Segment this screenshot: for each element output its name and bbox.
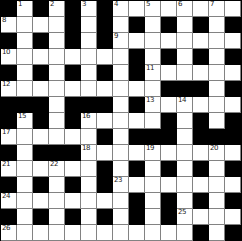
clue-number-11: 11 [146,65,154,72]
white-cell-r6c10[interactable] [145,81,161,97]
white-cell-r1c13[interactable] [193,1,209,17]
white-cell-r12c10[interactable] [145,177,161,193]
black-cell-r14c5 [65,209,81,225]
white-cell-r13c7[interactable] [97,193,113,209]
black-cell-r8c5 [65,113,81,129]
clue-number-6: 6 [178,1,182,8]
clue-number-2: 2 [50,1,54,8]
white-cell-r13c4[interactable] [49,193,65,209]
white-cell-r14c8[interactable] [113,209,129,225]
white-cell-r11c1[interactable]: 21 [1,161,17,177]
white-cell-r14c14[interactable] [209,209,225,225]
white-cell-r8c14[interactable] [209,113,225,129]
white-cell-r14c2[interactable] [17,209,33,225]
black-cell-r4c15 [225,49,241,65]
white-cell-r5c6[interactable] [81,65,97,81]
clue-number-21: 21 [2,161,10,168]
white-cell-r11c14[interactable] [209,161,225,177]
white-cell-r3c6[interactable] [81,33,97,49]
white-cell-r15c11[interactable] [161,225,177,241]
clue-number-17: 17 [2,129,10,136]
white-cell-r15c2[interactable] [17,225,33,241]
white-cell-r6c5[interactable] [65,81,81,97]
white-cell-r11c8[interactable] [113,161,129,177]
white-cell-r4c1[interactable]: 10 [1,49,17,65]
white-cell-r2c12[interactable] [177,17,193,33]
white-cell-r5c12[interactable] [177,65,193,81]
white-cell-r13c14[interactable] [209,193,225,209]
black-cell-r6c15 [225,81,241,97]
white-cell-r13c8[interactable] [113,193,129,209]
white-cell-r10c11[interactable] [161,145,177,161]
white-cell-r5c15[interactable] [225,65,241,81]
white-cell-r2c3[interactable] [33,17,49,33]
black-cell-r7c6 [81,97,97,113]
clue-number-13: 13 [146,97,154,104]
white-cell-r9c8[interactable] [113,129,129,145]
white-cell-r5c2[interactable] [17,65,33,81]
white-cell-r6c2[interactable] [17,81,33,97]
white-cell-r11c4[interactable]: 22 [49,161,65,177]
white-cell-r14c12[interactable]: 25 [177,209,193,225]
white-cell-r4c3[interactable] [33,49,49,65]
white-cell-r2c14[interactable] [209,17,225,33]
white-cell-r8c10[interactable] [145,113,161,129]
white-cell-r1c8[interactable]: 4 [113,1,129,17]
black-cell-r9c7 [97,129,113,145]
black-cell-r7c2 [17,97,33,113]
black-cell-r10c5 [65,145,81,161]
white-cell-r12c11[interactable] [161,177,177,193]
white-cell-r4c6[interactable] [81,49,97,65]
white-cell-r1c6[interactable]: 3 [81,1,97,17]
clue-number-18: 18 [82,145,90,152]
black-cell-r9c10 [145,129,161,145]
white-cell-r14c13[interactable] [193,209,209,225]
white-cell-r8c6[interactable]: 16 [81,113,97,129]
white-cell-r13c2[interactable] [17,193,33,209]
white-cell-r8c12[interactable] [177,113,193,129]
white-cell-r6c7[interactable] [97,81,113,97]
white-cell-r12c4[interactable] [49,177,65,193]
white-cell-r8c2[interactable]: 15 [17,113,33,129]
crossword-board: 1234567891011121314151617181920212223242… [0,0,242,241]
black-cell-r2c7 [97,17,113,33]
white-cell-r13c6[interactable] [81,193,97,209]
white-cell-r12c2[interactable] [17,177,33,193]
black-cell-r6c12 [177,81,193,97]
white-cell-r1c15[interactable] [225,1,241,17]
black-cell-r7c5 [65,97,81,113]
white-cell-r6c8[interactable] [113,81,129,97]
black-cell-r5c9 [129,65,145,81]
black-cell-r3c3 [33,33,49,49]
black-cell-r11c7 [97,161,113,177]
white-cell-r6c1[interactable]: 12 [1,81,17,97]
black-cell-r10c1 [1,145,17,161]
white-cell-r13c3[interactable] [33,193,49,209]
black-cell-r7c7 [97,97,113,113]
white-cell-r2c10[interactable] [145,17,161,33]
black-cell-r13c15 [225,193,241,209]
black-cell-r13c13 [193,193,209,209]
black-cell-r7c9 [129,97,145,113]
white-cell-r3c13[interactable] [193,33,209,49]
black-cell-r4c9 [129,49,145,65]
black-cell-r6c13 [193,81,209,97]
white-cell-r14c6[interactable] [81,209,97,225]
white-cell-r13c5[interactable] [65,193,81,209]
white-cell-r15c9[interactable] [129,225,145,241]
white-cell-r12c13[interactable] [193,177,209,193]
black-cell-r9c15 [225,129,241,145]
white-cell-r1c12[interactable]: 6 [177,1,193,17]
black-cell-r8c15 [225,113,241,129]
white-cell-r9c1[interactable]: 17 [1,129,17,145]
white-cell-r4c12[interactable] [177,49,193,65]
white-cell-r4c2[interactable] [17,49,33,65]
white-cell-r2c1[interactable]: 8 [1,17,17,33]
white-cell-r11c6[interactable] [81,161,97,177]
white-cell-r10c9[interactable] [129,145,145,161]
white-cell-r14c4[interactable] [49,209,65,225]
white-cell-r5c13[interactable] [193,65,209,81]
white-cell-r15c3[interactable] [33,225,49,241]
white-cell-r4c7[interactable] [97,49,113,65]
white-cell-r15c7[interactable] [97,225,113,241]
white-cell-r7c13[interactable] [193,97,209,113]
white-cell-r10c6[interactable]: 18 [81,145,97,161]
black-cell-r14c1 [1,209,17,225]
clue-number-8: 8 [2,17,6,24]
white-cell-r13c12[interactable] [177,193,193,209]
black-cell-r14c7 [97,209,113,225]
white-cell-r2c2[interactable] [17,17,33,33]
white-cell-r2c6[interactable] [81,17,97,33]
white-cell-r3c2[interactable] [17,33,33,49]
white-cell-r4c5[interactable] [65,49,81,65]
white-cell-r8c9[interactable] [129,113,145,129]
crossword-grid: 1234567891011121314151617181920212223242… [0,0,242,241]
black-cell-r13c9 [129,193,145,209]
white-cell-r15c6[interactable] [81,225,97,241]
black-cell-r4c11 [161,49,177,65]
white-cell-r15c10[interactable] [145,225,161,241]
white-cell-r15c5[interactable] [65,225,81,241]
black-cell-r10c4 [49,145,65,161]
white-cell-r7c4[interactable] [49,97,65,113]
white-cell-r15c12[interactable] [177,225,193,241]
white-cell-r1c14[interactable]: 7 [209,1,225,17]
white-cell-r10c2[interactable] [17,145,33,161]
white-cell-r11c5[interactable] [65,161,81,177]
white-cell-r9c12[interactable] [177,129,193,145]
black-cell-r2c9 [129,17,145,33]
white-cell-r12c9[interactable] [129,177,145,193]
white-cell-r10c14[interactable]: 20 [209,145,225,161]
black-cell-r9c11 [161,129,177,145]
white-cell-r6c4[interactable] [49,81,65,97]
white-cell-r6c6[interactable] [81,81,97,97]
white-cell-r9c3[interactable] [33,129,49,145]
white-cell-r8c8[interactable] [113,113,129,129]
white-cell-r2c4[interactable] [49,17,65,33]
black-cell-r1c7 [97,1,113,17]
black-cell-r7c1 [1,97,17,113]
clue-number-10: 10 [2,49,10,56]
white-cell-r4c14[interactable] [209,49,225,65]
white-cell-r1c10[interactable]: 5 [145,1,161,17]
black-cell-r12c5 [65,177,81,193]
black-cell-r2c5 [65,17,81,33]
white-cell-r15c4[interactable] [49,225,65,241]
white-cell-r10c13[interactable] [193,145,209,161]
black-cell-r14c9 [129,209,145,225]
clue-number-1: 1 [18,1,22,8]
black-cell-r12c3 [33,177,49,193]
black-cell-r6c11 [161,81,177,97]
black-cell-r12c1 [1,177,17,193]
white-cell-r11c2[interactable] [17,161,33,177]
clue-number-14: 14 [178,97,186,104]
black-cell-r11c13 [193,161,209,177]
black-cell-r8c1 [1,113,17,129]
white-cell-r10c12[interactable] [177,145,193,161]
white-cell-r12c6[interactable] [81,177,97,193]
white-cell-r6c14[interactable] [209,81,225,97]
white-cell-r3c4[interactable] [49,33,65,49]
white-cell-r1c2[interactable]: 1 [17,1,33,17]
white-cell-r12c15[interactable] [225,177,241,193]
white-cell-r2c8[interactable] [113,17,129,33]
clue-number-7: 7 [210,1,214,8]
white-cell-r7c14[interactable] [209,97,225,113]
white-cell-r6c3[interactable] [33,81,49,97]
black-cell-r11c11 [161,161,177,177]
white-cell-r5c10[interactable]: 11 [145,65,161,81]
black-cell-r9c13 [193,129,209,145]
white-cell-r5c14[interactable] [209,65,225,81]
white-cell-r6c9[interactable] [129,81,145,97]
white-cell-r3c8[interactable]: 9 [113,33,129,49]
white-cell-r11c12[interactable] [177,161,193,177]
white-cell-r1c4[interactable]: 2 [49,1,65,17]
white-cell-r10c15[interactable] [225,145,241,161]
white-cell-r9c5[interactable] [65,129,81,145]
black-cell-r2c11 [161,17,177,33]
black-cell-r15c15 [225,225,241,241]
white-cell-r10c7[interactable] [97,145,113,161]
white-cell-r13c10[interactable] [145,193,161,209]
white-cell-r10c10[interactable]: 19 [145,145,161,161]
white-cell-r7c10[interactable]: 13 [145,97,161,113]
black-cell-r1c3 [33,1,49,17]
white-cell-r12c8[interactable]: 23 [113,177,129,193]
white-cell-r9c2[interactable] [17,129,33,145]
clue-number-23: 23 [114,177,122,184]
black-cell-r9c9 [129,129,145,145]
white-cell-r4c4[interactable] [49,49,65,65]
white-cell-r14c10[interactable] [145,209,161,225]
white-cell-r4c10[interactable] [145,49,161,65]
black-cell-r2c15 [225,17,241,33]
clue-number-5: 5 [146,1,150,8]
black-cell-r2c13 [193,17,209,33]
clue-number-24: 24 [2,193,10,200]
clue-number-16: 16 [82,113,90,120]
black-cell-r3c5 [65,33,81,49]
white-cell-r15c14[interactable] [209,225,225,241]
black-cell-r8c13 [193,113,209,129]
clue-number-3: 3 [82,1,86,8]
clue-number-20: 20 [210,145,218,152]
black-cell-r3c7 [97,33,113,49]
white-cell-r4c8[interactable] [113,49,129,65]
black-cell-r5c3 [33,65,49,81]
black-cell-r8c3 [33,113,49,129]
white-cell-r3c10[interactable] [145,33,161,49]
clue-number-4: 4 [114,1,118,8]
white-cell-r11c3[interactable] [33,161,49,177]
black-cell-r11c15 [225,161,241,177]
white-cell-r12c14[interactable] [209,177,225,193]
white-cell-r15c8[interactable] [113,225,129,241]
white-cell-r5c8[interactable] [113,65,129,81]
white-cell-r7c15[interactable] [225,97,241,113]
white-cell-r7c11[interactable] [161,97,177,113]
white-cell-r3c14[interactable] [209,33,225,49]
clue-number-19: 19 [146,145,154,152]
white-cell-r7c12[interactable]: 14 [177,97,193,113]
white-cell-r10c8[interactable] [113,145,129,161]
clue-number-25: 25 [178,209,186,216]
white-cell-r11c10[interactable] [145,161,161,177]
black-cell-r12c7 [97,177,113,193]
clue-number-15: 15 [18,113,26,120]
black-cell-r7c3 [33,97,49,113]
black-cell-r11c9 [129,161,145,177]
black-cell-r10c3 [33,145,49,161]
black-cell-r4c13 [193,49,209,65]
white-cell-r14c15[interactable] [225,209,241,225]
black-cell-r5c5 [65,65,81,81]
black-cell-r8c11 [161,113,177,129]
white-cell-r5c4[interactable] [49,65,65,81]
black-cell-r3c1 [1,33,17,49]
clue-number-26: 26 [2,225,10,232]
black-cell-r14c3 [33,209,49,225]
white-cell-r3c11[interactable] [161,33,177,49]
white-cell-r1c9[interactable] [129,1,145,17]
white-cell-r9c4[interactable] [49,129,65,145]
clue-number-9: 9 [114,33,118,40]
clue-number-22: 22 [50,161,58,168]
white-cell-r3c12[interactable] [177,33,193,49]
white-cell-r15c1[interactable]: 26 [1,225,17,241]
white-cell-r8c7[interactable] [97,113,113,129]
white-cell-r7c8[interactable] [113,97,129,113]
white-cell-r12c12[interactable] [177,177,193,193]
black-cell-r14c11 [161,209,177,225]
black-cell-r13c11 [161,193,177,209]
clue-number-12: 12 [2,81,10,88]
white-cell-r5c11[interactable] [161,65,177,81]
white-cell-r8c4[interactable] [49,113,65,129]
white-cell-r1c11[interactable] [161,1,177,17]
white-cell-r3c15[interactable] [225,33,241,49]
black-cell-r1c5 [65,1,81,17]
black-cell-r9c14 [209,129,225,145]
white-cell-r9c6[interactable] [81,129,97,145]
black-cell-r1c1 [1,1,17,17]
black-cell-r5c1 [1,65,17,81]
white-cell-r3c9[interactable] [129,33,145,49]
black-cell-r15c13 [193,225,209,241]
black-cell-r5c7 [97,65,113,81]
white-cell-r13c1[interactable]: 24 [1,193,17,209]
